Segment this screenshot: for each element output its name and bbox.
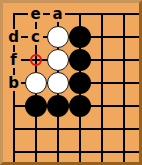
black-stone: ● [69, 72, 91, 94]
white-stone: ○ [25, 72, 47, 94]
white-stone: ○ [47, 72, 69, 94]
go-board: eadcfb○○○○●●●●●● [0, 0, 142, 165]
black-stone: ● [47, 95, 69, 117]
white-stone: ○ [47, 49, 69, 71]
grid-line-horizontal [13, 151, 142, 153]
red-circle-marker [30, 54, 42, 66]
point-label-e: e [28, 6, 43, 22]
point-label-f: f [6, 52, 21, 68]
black-stone: ● [25, 95, 47, 117]
black-stone: ● [69, 95, 91, 117]
black-stone: ● [69, 49, 91, 71]
point-label-a: a [50, 6, 65, 22]
point-label-c: c [28, 29, 43, 45]
black-stone: ● [69, 26, 91, 48]
grid-line-horizontal [13, 128, 142, 130]
white-stone: ○ [47, 26, 69, 48]
point-label-d: d [6, 29, 21, 45]
point-label-b: b [6, 75, 21, 91]
